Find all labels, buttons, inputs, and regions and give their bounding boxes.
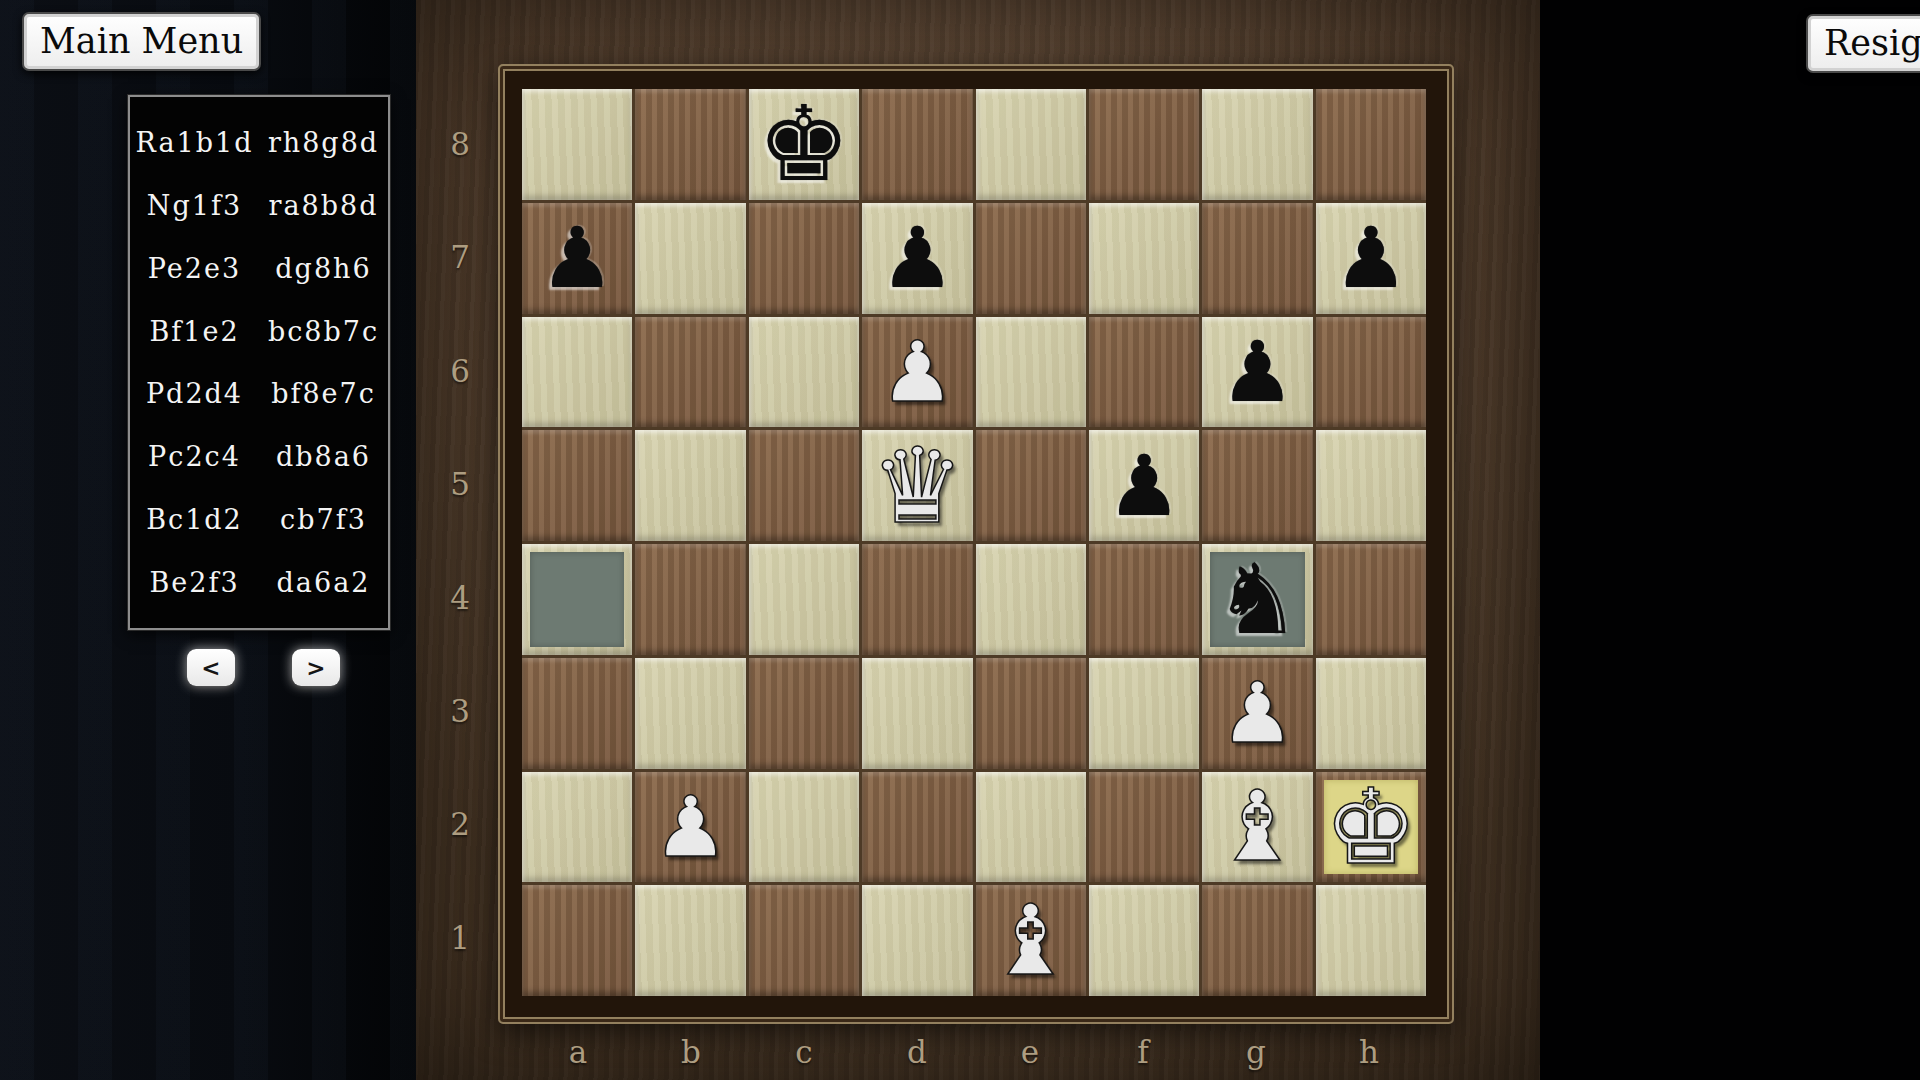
file-label-d: d [897, 1034, 937, 1070]
square-c2[interactable] [749, 772, 859, 883]
square-a3[interactable] [522, 658, 632, 769]
file-label-a: a [558, 1034, 598, 1070]
move-row-1: Ra1b1drh8g8d [130, 127, 388, 158]
background-right [1540, 0, 1920, 1080]
square-a4[interactable] [522, 544, 632, 655]
square-d3[interactable] [862, 658, 972, 769]
square-h4[interactable] [1316, 544, 1426, 655]
square-e8[interactable] [976, 89, 1086, 200]
square-d2[interactable] [862, 772, 972, 883]
square-e7[interactable] [976, 203, 1086, 314]
square-a6[interactable] [522, 317, 632, 428]
square-d1[interactable] [862, 885, 972, 996]
square-g2[interactable]: ♝ [1202, 772, 1312, 883]
move-row-6: Pc2c4db8a6 [130, 441, 388, 472]
square-a5[interactable] [522, 430, 632, 541]
move-black[interactable]: cb7f3 [259, 504, 388, 535]
piece-black-king[interactable]: ♚ [757, 92, 850, 196]
next-move-button[interactable]: > [292, 649, 340, 686]
file-label-e: e [1010, 1034, 1050, 1070]
move-white[interactable]: Pc2c4 [130, 441, 259, 472]
square-b7[interactable] [635, 203, 745, 314]
move-row-7: Bc1d2cb7f3 [130, 504, 388, 535]
file-label-h: h [1349, 1034, 1389, 1070]
square-b5[interactable] [635, 430, 745, 541]
square-d5[interactable]: ♛ [862, 430, 972, 541]
piece-white-pawn[interactable]: ♟ [653, 785, 728, 869]
move-row-2: Ng1f3ra8b8d [130, 190, 388, 221]
square-d7[interactable]: ♟ [862, 203, 972, 314]
piece-white-pawn[interactable]: ♟ [880, 330, 955, 414]
piece-black-pawn[interactable]: ♟ [880, 216, 955, 300]
square-b8[interactable] [635, 89, 745, 200]
square-g8[interactable] [1202, 89, 1312, 200]
move-white[interactable]: Ng1f3 [130, 190, 259, 221]
square-d4[interactable] [862, 544, 972, 655]
square-f1[interactable] [1089, 885, 1199, 996]
piece-black-pawn[interactable]: ♟ [1220, 330, 1295, 414]
square-c6[interactable] [749, 317, 859, 428]
move-white[interactable]: Bf1e2 [130, 316, 259, 347]
move-black[interactable]: bf8e7c [259, 378, 388, 409]
square-g5[interactable] [1202, 430, 1312, 541]
square-f8[interactable] [1089, 89, 1199, 200]
move-white[interactable]: Ra1b1d [130, 127, 259, 158]
rank-label-4: 4 [440, 580, 480, 616]
square-h8[interactable] [1316, 89, 1426, 200]
square-e4[interactable] [976, 544, 1086, 655]
rank-label-3: 3 [440, 693, 480, 729]
piece-white-king[interactable]: ♚ [1324, 775, 1417, 879]
piece-white-queen[interactable]: ♛ [871, 434, 964, 538]
move-row-8: Be2f3da6a2 [130, 567, 388, 598]
square-a8[interactable] [522, 89, 632, 200]
square-f3[interactable] [1089, 658, 1199, 769]
rank-label-2: 2 [440, 806, 480, 842]
square-d8[interactable] [862, 89, 972, 200]
square-c8[interactable]: ♚ [749, 89, 859, 200]
move-black[interactable]: ra8b8d [259, 190, 388, 221]
move-row-5: Pd2d4bf8e7c [130, 378, 388, 409]
square-a1[interactable] [522, 885, 632, 996]
resign-button[interactable]: Resign [1806, 14, 1920, 73]
move-white[interactable]: Pe2e3 [130, 253, 259, 284]
square-h3[interactable] [1316, 658, 1426, 769]
square-f5[interactable]: ♟ [1089, 430, 1199, 541]
square-b3[interactable] [635, 658, 745, 769]
square-h5[interactable] [1316, 430, 1426, 541]
square-g1[interactable] [1202, 885, 1312, 996]
square-c3[interactable] [749, 658, 859, 769]
gray-highlight [530, 552, 624, 647]
rank-label-7: 7 [440, 239, 480, 275]
square-h7[interactable]: ♟ [1316, 203, 1426, 314]
file-label-b: b [671, 1034, 711, 1070]
piece-black-pawn[interactable]: ♟ [1106, 444, 1181, 528]
square-h2[interactable]: ♚ [1316, 772, 1426, 883]
square-h6[interactable] [1316, 317, 1426, 428]
square-g3[interactable]: ♟ [1202, 658, 1312, 769]
square-f7[interactable] [1089, 203, 1199, 314]
square-b6[interactable] [635, 317, 745, 428]
square-f6[interactable] [1089, 317, 1199, 428]
app-root: Main Menu Resign Ra1b1drh8g8dNg1f3ra8b8d… [0, 0, 1920, 1080]
piece-white-bishop[interactable]: ♝ [987, 892, 1074, 989]
move-black[interactable]: bc8b7c [259, 316, 388, 347]
square-e1[interactable]: ♝ [976, 885, 1086, 996]
square-f2[interactable] [1089, 772, 1199, 883]
square-c5[interactable] [749, 430, 859, 541]
square-c4[interactable] [749, 544, 859, 655]
square-c1[interactable] [749, 885, 859, 996]
square-e2[interactable] [976, 772, 1086, 883]
square-h1[interactable] [1316, 885, 1426, 996]
piece-black-pawn[interactable]: ♟ [1333, 216, 1408, 300]
square-b2[interactable]: ♟ [635, 772, 745, 883]
square-a7[interactable]: ♟ [522, 203, 632, 314]
move-black[interactable]: rh8g8d [259, 127, 388, 158]
move-list-panel: Ra1b1drh8g8dNg1f3ra8b8dPe2e3dg8h6Bf1e2bc… [128, 95, 390, 630]
move-white[interactable]: Bc1d2 [130, 504, 259, 535]
move-black[interactable]: db8a6 [259, 441, 388, 472]
chess-board: ♚♟♟♟♟♟♛♟♞♟♟♝♚♝ [522, 89, 1426, 996]
square-d6[interactable]: ♟ [862, 317, 972, 428]
square-e5[interactable] [976, 430, 1086, 541]
rank-label-8: 8 [440, 126, 480, 162]
move-row-3: Pe2e3dg8h6 [130, 253, 388, 284]
piece-black-knight[interactable]: ♞ [1214, 551, 1301, 648]
square-g4[interactable]: ♞ [1202, 544, 1312, 655]
move-black[interactable]: da6a2 [259, 567, 388, 598]
previous-move-button[interactable]: < [187, 649, 235, 686]
move-white[interactable]: Pd2d4 [130, 378, 259, 409]
main-menu-button[interactable]: Main Menu [22, 12, 261, 71]
rank-label-1: 1 [440, 920, 480, 956]
piece-white-bishop[interactable]: ♝ [1214, 778, 1301, 875]
move-row-4: Bf1e2bc8b7c [130, 316, 388, 347]
piece-black-pawn[interactable]: ♟ [540, 216, 615, 300]
piece-white-pawn[interactable]: ♟ [1220, 671, 1295, 755]
square-c7[interactable] [749, 203, 859, 314]
square-f4[interactable] [1089, 544, 1199, 655]
rank-label-6: 6 [440, 353, 480, 389]
square-b4[interactable] [635, 544, 745, 655]
square-e6[interactable] [976, 317, 1086, 428]
file-label-f: f [1123, 1034, 1163, 1070]
square-a2[interactable] [522, 772, 632, 883]
square-g7[interactable] [1202, 203, 1312, 314]
file-label-c: c [784, 1034, 824, 1070]
file-label-g: g [1236, 1034, 1276, 1070]
move-black[interactable]: dg8h6 [259, 253, 388, 284]
rank-label-5: 5 [440, 466, 480, 502]
square-b1[interactable] [635, 885, 745, 996]
square-g6[interactable]: ♟ [1202, 317, 1312, 428]
move-white[interactable]: Be2f3 [130, 567, 259, 598]
square-e3[interactable] [976, 658, 1086, 769]
